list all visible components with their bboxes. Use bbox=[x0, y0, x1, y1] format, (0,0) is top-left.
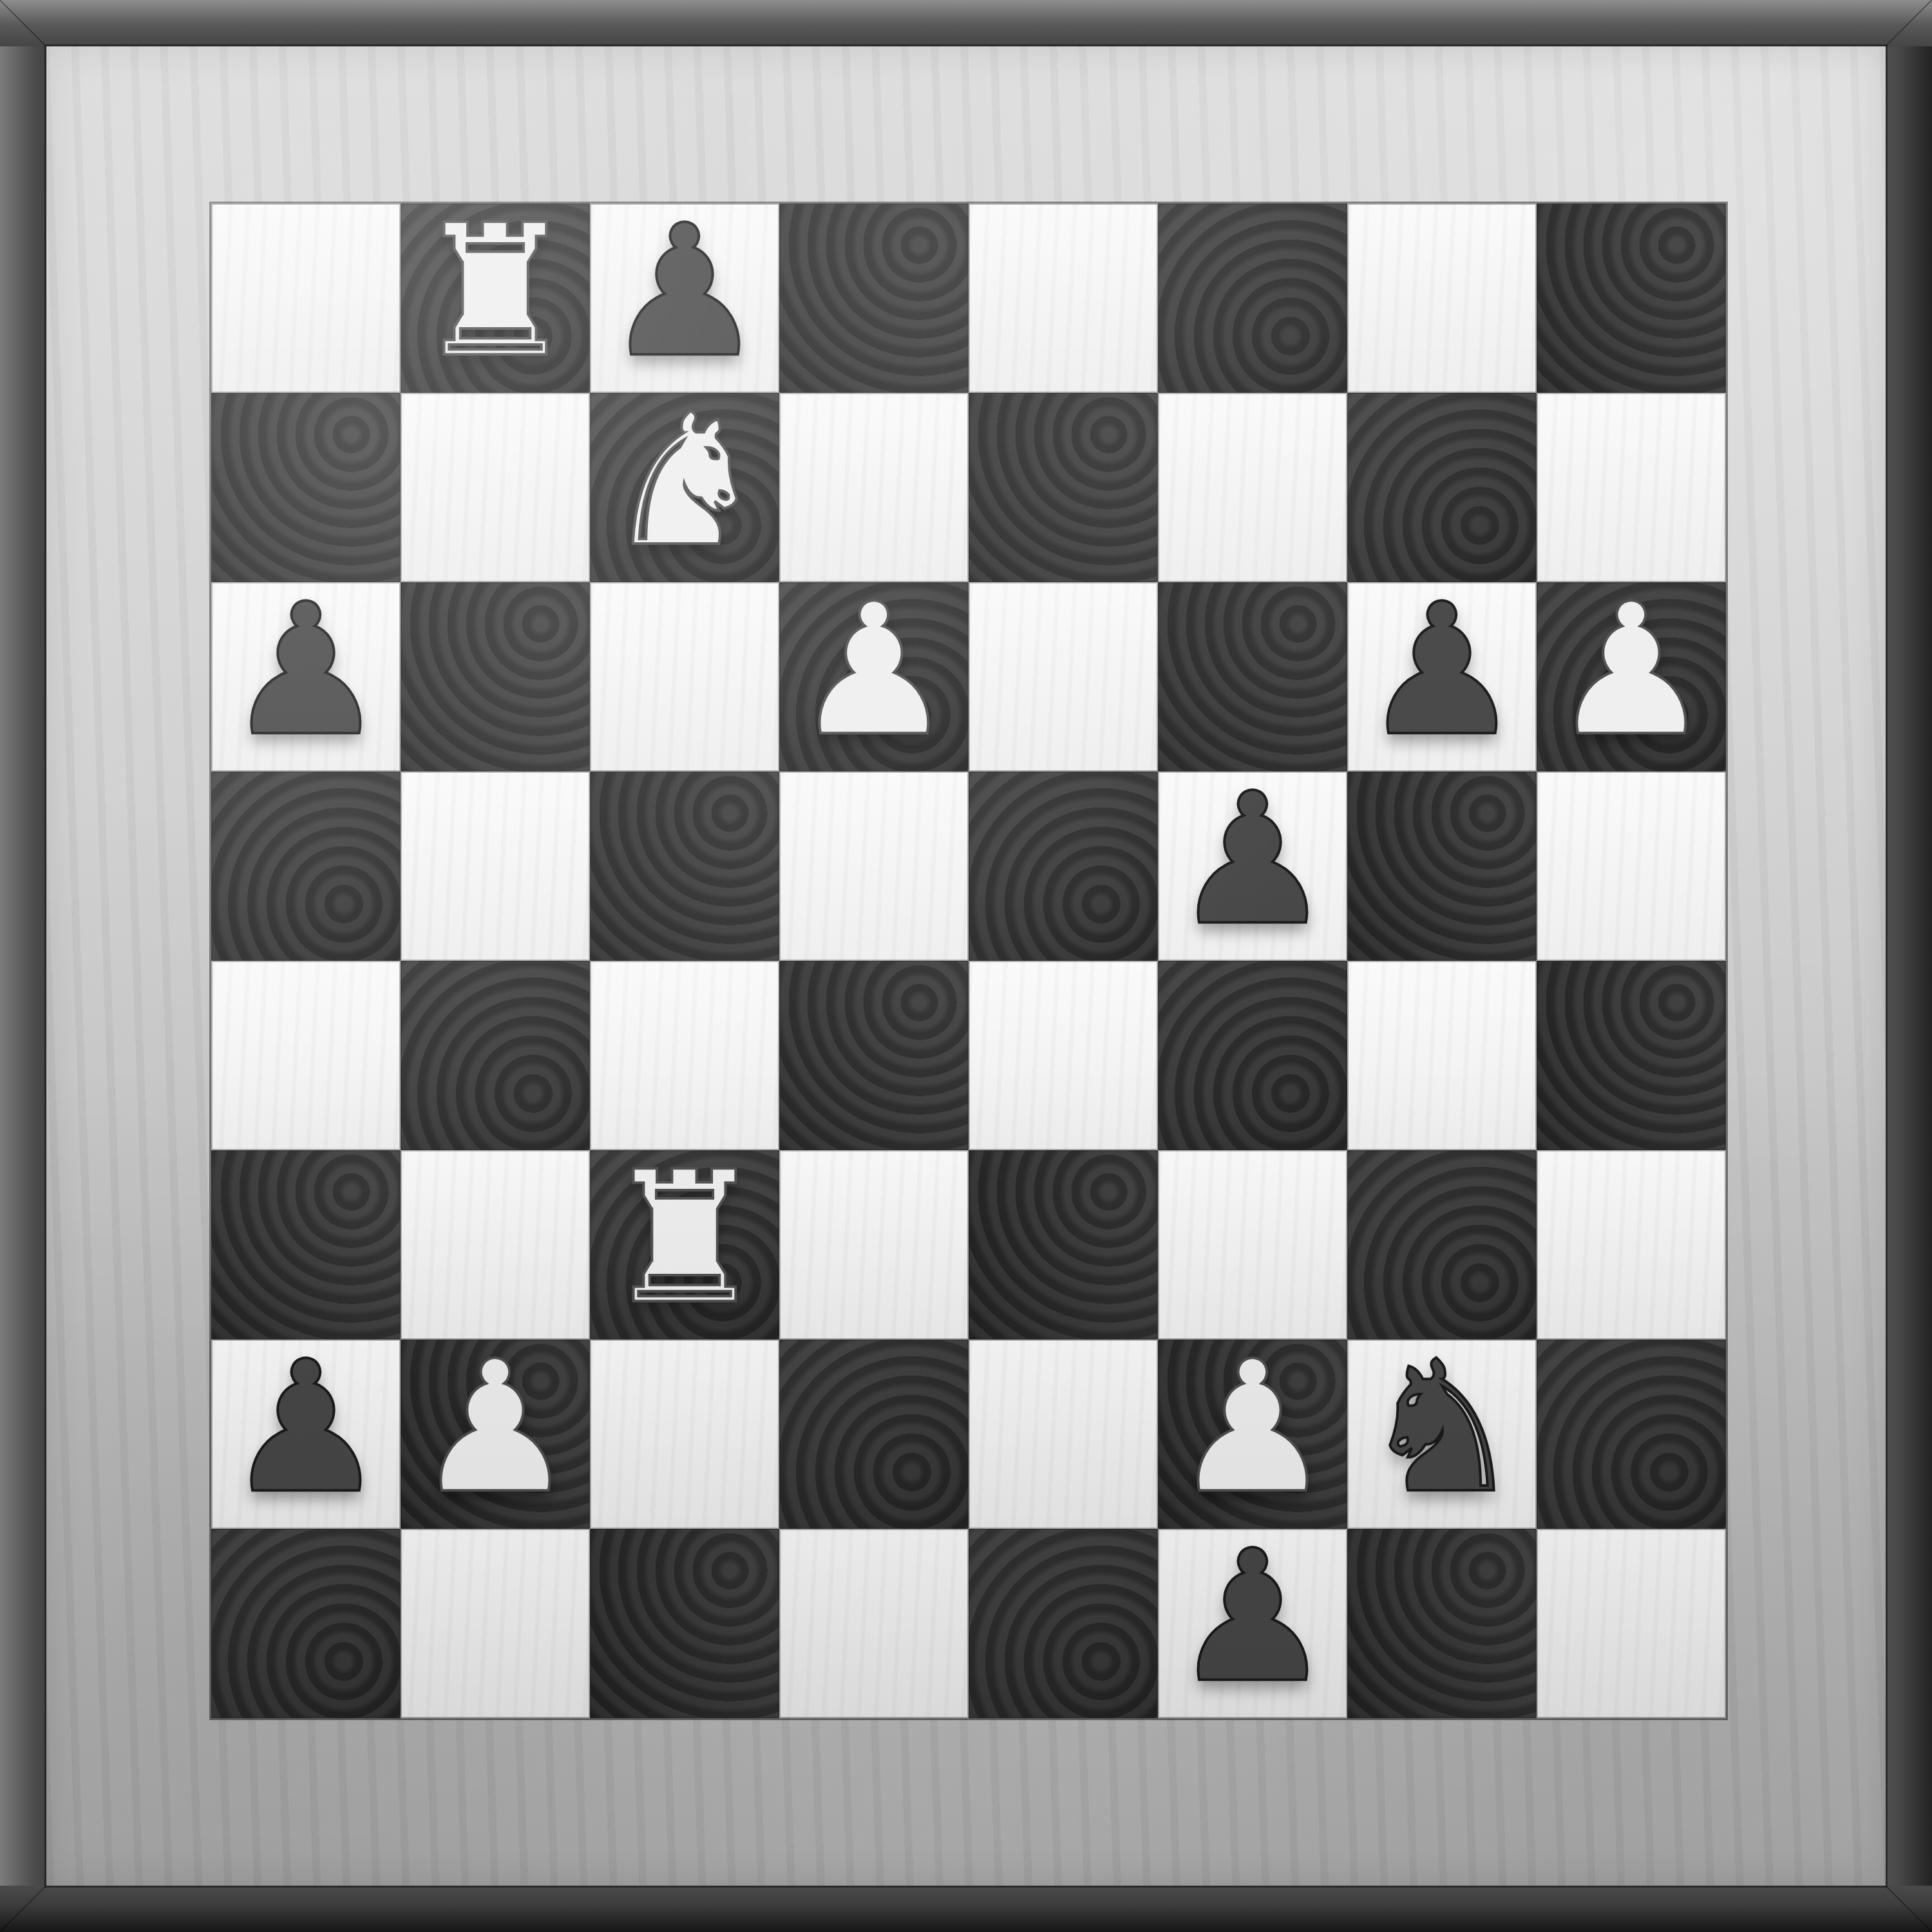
square-e8[interactable] bbox=[969, 204, 1158, 393]
square-g7[interactable] bbox=[1347, 393, 1537, 582]
square-f4[interactable] bbox=[1158, 961, 1347, 1150]
square-g3[interactable] bbox=[1347, 1150, 1537, 1340]
square-c5[interactable] bbox=[590, 772, 779, 961]
square-g5[interactable] bbox=[1347, 772, 1537, 961]
square-c8[interactable]: ♟ bbox=[590, 204, 779, 393]
square-c2[interactable] bbox=[590, 1340, 779, 1529]
square-c4[interactable] bbox=[590, 961, 779, 1150]
square-h1[interactable] bbox=[1537, 1529, 1726, 1718]
square-g2[interactable]: ♞ bbox=[1347, 1340, 1537, 1529]
piece-black-pawn-g6[interactable]: ♟ bbox=[1361, 580, 1524, 761]
square-d5[interactable] bbox=[779, 772, 969, 961]
square-a1[interactable] bbox=[211, 1529, 401, 1718]
piece-black-pawn-f1[interactable]: ♟ bbox=[1171, 1526, 1334, 1708]
square-a2[interactable]: ♟ bbox=[211, 1340, 401, 1529]
square-f1[interactable]: ♟ bbox=[1158, 1529, 1347, 1718]
square-e3[interactable] bbox=[969, 1150, 1158, 1340]
square-d4[interactable] bbox=[779, 961, 969, 1150]
square-d2[interactable] bbox=[779, 1340, 969, 1529]
square-f3[interactable] bbox=[1158, 1150, 1347, 1340]
square-g1[interactable] bbox=[1347, 1529, 1537, 1718]
square-a5[interactable] bbox=[211, 772, 401, 961]
square-e5[interactable] bbox=[969, 772, 1158, 961]
square-f5[interactable]: ♟ bbox=[1158, 772, 1347, 961]
square-d8[interactable] bbox=[779, 204, 969, 393]
square-e2[interactable] bbox=[969, 1340, 1158, 1529]
square-b3[interactable] bbox=[401, 1150, 590, 1340]
square-d7[interactable] bbox=[779, 393, 969, 582]
piece-white-rook-c3[interactable]: ♜ bbox=[603, 1148, 766, 1329]
piece-black-knight-g2[interactable]: ♞ bbox=[1361, 1337, 1524, 1519]
square-d6[interactable]: ♟ bbox=[779, 582, 969, 772]
square-h2[interactable] bbox=[1537, 1340, 1726, 1529]
square-b6[interactable] bbox=[401, 582, 590, 772]
square-e1[interactable] bbox=[969, 1529, 1158, 1718]
square-d1[interactable] bbox=[779, 1529, 969, 1718]
square-b7[interactable] bbox=[401, 393, 590, 582]
square-a8[interactable] bbox=[211, 204, 401, 393]
square-e6[interactable] bbox=[969, 582, 1158, 772]
square-h6[interactable]: ♟ bbox=[1537, 582, 1726, 772]
square-h3[interactable] bbox=[1537, 1150, 1726, 1340]
board-margin: ♜♟♞♟♟♟♟♟♜♟♟♟♞♟ bbox=[46, 46, 1886, 1886]
piece-white-pawn-f2[interactable]: ♟ bbox=[1171, 1337, 1334, 1519]
square-b2[interactable]: ♟ bbox=[401, 1340, 590, 1529]
piece-black-pawn-c8[interactable]: ♟ bbox=[603, 201, 766, 383]
square-d3[interactable] bbox=[779, 1150, 969, 1340]
square-a4[interactable] bbox=[211, 961, 401, 1150]
square-g6[interactable]: ♟ bbox=[1347, 582, 1537, 772]
piece-white-pawn-d6[interactable]: ♟ bbox=[793, 580, 956, 761]
square-b4[interactable] bbox=[401, 961, 590, 1150]
square-g8[interactable] bbox=[1347, 204, 1537, 393]
square-a6[interactable]: ♟ bbox=[211, 582, 401, 772]
square-c3[interactable]: ♜ bbox=[590, 1150, 779, 1340]
square-h7[interactable] bbox=[1537, 393, 1726, 582]
piece-black-pawn-a2[interactable]: ♟ bbox=[225, 1337, 388, 1519]
square-h5[interactable] bbox=[1537, 772, 1726, 961]
square-g4[interactable] bbox=[1347, 961, 1537, 1150]
square-e7[interactable] bbox=[969, 393, 1158, 582]
square-f7[interactable] bbox=[1158, 393, 1347, 582]
square-c7[interactable]: ♞ bbox=[590, 393, 779, 582]
square-h8[interactable] bbox=[1537, 204, 1726, 393]
piece-white-rook-b8[interactable]: ♜ bbox=[414, 201, 577, 383]
piece-white-pawn-b2[interactable]: ♟ bbox=[414, 1337, 577, 1519]
square-c1[interactable] bbox=[590, 1529, 779, 1718]
square-f6[interactable] bbox=[1158, 582, 1347, 772]
piece-white-knight-c7[interactable]: ♞ bbox=[603, 390, 766, 572]
square-b1[interactable] bbox=[401, 1529, 590, 1718]
piece-black-pawn-a6[interactable]: ♟ bbox=[225, 580, 388, 761]
square-b8[interactable]: ♜ bbox=[401, 204, 590, 393]
square-b5[interactable] bbox=[401, 772, 590, 961]
square-e4[interactable] bbox=[969, 961, 1158, 1150]
piece-black-pawn-f5[interactable]: ♟ bbox=[1171, 769, 1334, 951]
square-f8[interactable] bbox=[1158, 204, 1347, 393]
square-h4[interactable] bbox=[1537, 961, 1726, 1150]
chess-board: ♜♟♞♟♟♟♟♟♜♟♟♟♞♟ bbox=[211, 204, 1726, 1718]
square-a3[interactable] bbox=[211, 1150, 401, 1340]
square-f2[interactable]: ♟ bbox=[1158, 1340, 1347, 1529]
piece-white-pawn-h6[interactable]: ♟ bbox=[1550, 580, 1713, 761]
board-frame: ♜♟♞♟♟♟♟♟♜♟♟♟♞♟ bbox=[0, 0, 1932, 1932]
square-a7[interactable] bbox=[211, 393, 401, 582]
square-c6[interactable] bbox=[590, 582, 779, 772]
